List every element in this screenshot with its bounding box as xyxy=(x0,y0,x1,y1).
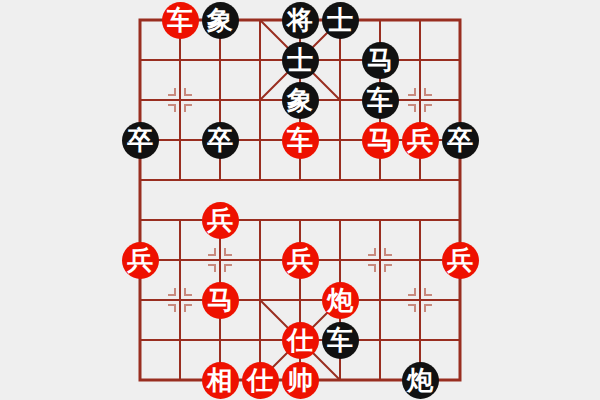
xiangqi-app: 车象将士士马象车卒卒车马兵卒兵兵兵兵马炮仕车相仕帅炮 xyxy=(0,0,600,400)
piece-black-horse[interactable]: 马 xyxy=(362,42,399,79)
piece-black-chariot[interactable]: 车 xyxy=(362,82,399,119)
piece-red-soldier[interactable]: 兵 xyxy=(442,242,479,279)
piece-red-soldier[interactable]: 兵 xyxy=(202,202,239,239)
piece-red-horse[interactable]: 马 xyxy=(202,282,239,319)
piece-black-advisor[interactable]: 士 xyxy=(322,2,359,39)
xiangqi-board[interactable]: 车象将士士马象车卒卒车马兵卒兵兵兵兵马炮仕车相仕帅炮 xyxy=(120,0,480,400)
piece-red-chariot[interactable]: 车 xyxy=(282,122,319,159)
pieces-grid: 车象将士士马象车卒卒车马兵卒兵兵兵兵马炮仕车相仕帅炮 xyxy=(120,0,480,400)
piece-red-horse[interactable]: 马 xyxy=(362,122,399,159)
piece-red-chariot[interactable]: 车 xyxy=(162,2,199,39)
piece-black-chariot[interactable]: 车 xyxy=(322,322,359,359)
piece-black-soldier[interactable]: 卒 xyxy=(122,122,159,159)
piece-red-elephant[interactable]: 相 xyxy=(202,362,239,399)
piece-red-advisor[interactable]: 仕 xyxy=(282,322,319,359)
piece-red-advisor[interactable]: 仕 xyxy=(242,362,279,399)
piece-black-elephant[interactable]: 象 xyxy=(202,2,239,39)
piece-black-advisor[interactable]: 士 xyxy=(282,42,319,79)
piece-red-soldier[interactable]: 兵 xyxy=(122,242,159,279)
piece-black-elephant[interactable]: 象 xyxy=(282,82,319,119)
piece-red-soldier[interactable]: 兵 xyxy=(402,122,439,159)
piece-black-cannon[interactable]: 炮 xyxy=(402,362,439,399)
piece-red-cannon[interactable]: 炮 xyxy=(322,282,359,319)
piece-red-soldier[interactable]: 兵 xyxy=(282,242,319,279)
piece-black-general[interactable]: 将 xyxy=(282,2,319,39)
piece-black-soldier[interactable]: 卒 xyxy=(202,122,239,159)
piece-red-general[interactable]: 帅 xyxy=(282,362,319,399)
piece-black-soldier[interactable]: 卒 xyxy=(442,122,479,159)
